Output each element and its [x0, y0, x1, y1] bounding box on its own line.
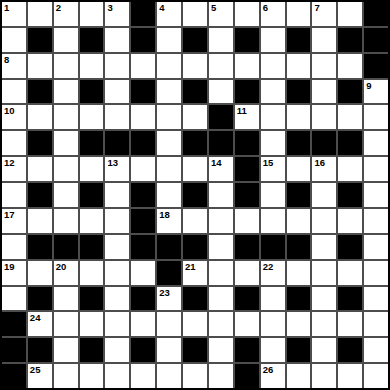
white-cell-r11c4[interactable]: [105, 287, 129, 311]
white-cell-r10c11[interactable]: [287, 261, 311, 285]
clue-number-26: 26: [263, 364, 274, 375]
white-cell-r2c8[interactable]: [209, 54, 233, 78]
white-cell-r8c3[interactable]: [80, 209, 104, 233]
black-cell-r11c13: [338, 287, 362, 311]
white-cell-r5c14[interactable]: [364, 131, 388, 155]
white-cell-r6c7[interactable]: [183, 157, 207, 181]
white-cell-r7c14[interactable]: [364, 183, 388, 207]
black-cell-r12c0: [2, 312, 26, 336]
white-cell-r12c1[interactable]: 24: [28, 312, 52, 336]
black-cell-r3c11: [287, 80, 311, 104]
black-cell-r3c13: [338, 80, 362, 104]
white-cell-r6c13[interactable]: [338, 157, 362, 181]
white-cell-r14c10[interactable]: 26: [261, 364, 285, 388]
white-cell-r12c3[interactable]: [80, 312, 104, 336]
black-cell-r13c9: [235, 338, 259, 362]
white-cell-r14c1[interactable]: 25: [28, 364, 52, 388]
white-cell-r4c14[interactable]: [364, 105, 388, 129]
clue-number-5: 5: [211, 2, 216, 13]
white-cell-r14c6[interactable]: [157, 364, 181, 388]
black-cell-r1c13: [338, 28, 362, 52]
clue-number-7: 7: [314, 2, 319, 13]
white-cell-r8c8[interactable]: [209, 209, 233, 233]
white-cell-r14c3[interactable]: [80, 364, 104, 388]
white-cell-r7c2[interactable]: [54, 183, 78, 207]
black-cell-r3c7: [183, 80, 207, 104]
white-cell-r3c2[interactable]: [54, 80, 78, 104]
white-cell-r10c1[interactable]: [28, 261, 52, 285]
white-cell-r6c12[interactable]: 16: [312, 157, 336, 181]
white-cell-r7c4[interactable]: [105, 183, 129, 207]
white-cell-r10c2[interactable]: 20: [54, 261, 78, 285]
black-cell-r1c11: [287, 28, 311, 52]
white-cell-r0c3[interactable]: [80, 2, 104, 26]
white-cell-r4c0[interactable]: 10: [2, 105, 26, 129]
black-cell-r5c11: [287, 131, 311, 155]
black-cell-r13c5: [131, 338, 155, 362]
white-cell-r8c14[interactable]: [364, 209, 388, 233]
white-cell-r10c5[interactable]: [131, 261, 155, 285]
white-cell-r2c0[interactable]: 8: [2, 54, 26, 78]
white-cell-r10c7[interactable]: 21: [183, 261, 207, 285]
white-cell-r4c7[interactable]: [183, 105, 207, 129]
black-cell-r7c5: [131, 183, 155, 207]
white-cell-r5c0[interactable]: [2, 131, 26, 155]
white-cell-r8c0[interactable]: 17: [2, 209, 26, 233]
clue-number-21: 21: [185, 261, 196, 272]
white-cell-r12c6[interactable]: [157, 312, 181, 336]
black-cell-r13c13: [338, 338, 362, 362]
white-cell-r9c4[interactable]: [105, 235, 129, 259]
white-cell-r0c4[interactable]: 3: [105, 2, 129, 26]
white-cell-r11c14[interactable]: [364, 287, 388, 311]
white-cell-r3c14[interactable]: 9: [364, 80, 388, 104]
white-cell-r4c13[interactable]: [338, 105, 362, 129]
white-cell-r11c10[interactable]: [261, 287, 285, 311]
black-cell-r9c3: [80, 235, 104, 259]
white-cell-r11c6[interactable]: 23: [157, 287, 181, 311]
black-cell-r7c3: [80, 183, 104, 207]
black-cell-r5c3: [80, 131, 104, 155]
white-cell-r8c9[interactable]: [235, 209, 259, 233]
white-cell-r0c1[interactable]: [28, 2, 52, 26]
white-cell-r5c10[interactable]: [261, 131, 285, 155]
white-cell-r4c10[interactable]: [261, 105, 285, 129]
black-cell-r7c13: [338, 183, 362, 207]
black-cell-r13c1: [28, 338, 52, 362]
white-cell-r6c2[interactable]: [54, 157, 78, 181]
white-cell-r1c2[interactable]: [54, 28, 78, 52]
white-cell-r2c13[interactable]: [338, 54, 362, 78]
white-cell-r8c11[interactable]: [287, 209, 311, 233]
white-cell-r8c12[interactable]: [312, 209, 336, 233]
clue-number-12: 12: [4, 157, 15, 168]
white-cell-r8c4[interactable]: [105, 209, 129, 233]
black-cell-r11c5: [131, 287, 155, 311]
white-cell-r0c6[interactable]: 4: [157, 2, 181, 26]
black-cell-r0c14: [364, 2, 388, 26]
white-cell-r12c14[interactable]: [364, 312, 388, 336]
white-cell-r9c8[interactable]: [209, 235, 233, 259]
white-cell-r0c9[interactable]: [235, 2, 259, 26]
white-cell-r5c2[interactable]: [54, 131, 78, 155]
black-cell-r5c8: [209, 131, 233, 155]
white-cell-r4c5[interactable]: [131, 105, 155, 129]
white-cell-r4c4[interactable]: [105, 105, 129, 129]
white-cell-r10c12[interactable]: [312, 261, 336, 285]
white-cell-r4c2[interactable]: [54, 105, 78, 129]
black-cell-r11c3: [80, 287, 104, 311]
clue-number-24: 24: [30, 312, 41, 323]
white-cell-r14c11[interactable]: [287, 364, 311, 388]
black-cell-r3c1: [28, 80, 52, 104]
white-cell-r9c0[interactable]: [2, 235, 26, 259]
white-cell-r2c2[interactable]: [54, 54, 78, 78]
black-cell-r11c9: [235, 287, 259, 311]
white-cell-r0c11[interactable]: [287, 2, 311, 26]
white-cell-r6c0[interactable]: 12: [2, 157, 26, 181]
white-cell-r12c9[interactable]: [235, 312, 259, 336]
white-cell-r6c6[interactable]: [157, 157, 181, 181]
white-cell-r4c6[interactable]: [157, 105, 181, 129]
white-cell-r4c9[interactable]: 11: [235, 105, 259, 129]
white-cell-r1c12[interactable]: [312, 28, 336, 52]
black-cell-r11c1: [28, 287, 52, 311]
clue-number-15: 15: [263, 157, 274, 168]
clue-number-6: 6: [263, 2, 268, 13]
white-cell-r8c7[interactable]: [183, 209, 207, 233]
white-cell-r12c2[interactable]: [54, 312, 78, 336]
black-cell-r3c9: [235, 80, 259, 104]
clue-number-22: 22: [263, 261, 274, 272]
white-cell-r2c12[interactable]: [312, 54, 336, 78]
white-cell-r6c8[interactable]: 14: [209, 157, 233, 181]
white-cell-r13c14[interactable]: [364, 338, 388, 362]
clue-number-4: 4: [159, 2, 164, 13]
white-cell-r2c6[interactable]: [157, 54, 181, 78]
white-cell-r4c11[interactable]: [287, 105, 311, 129]
black-cell-r1c1: [28, 28, 52, 52]
clue-number-14: 14: [211, 157, 222, 168]
white-cell-r6c4[interactable]: 13: [105, 157, 129, 181]
clue-number-18: 18: [159, 209, 170, 220]
white-cell-r13c4[interactable]: [105, 338, 129, 362]
clue-number-20: 20: [56, 261, 67, 272]
white-cell-r10c4[interactable]: [105, 261, 129, 285]
black-cell-r4c8: [209, 105, 233, 129]
clue-number-17: 17: [4, 209, 15, 220]
black-cell-r9c2: [54, 235, 78, 259]
white-cell-r2c9[interactable]: [235, 54, 259, 78]
white-cell-r3c0[interactable]: [2, 80, 26, 104]
white-cell-r0c7[interactable]: [183, 2, 207, 26]
white-cell-r13c10[interactable]: [261, 338, 285, 362]
white-cell-r14c4[interactable]: [105, 364, 129, 388]
white-cell-r11c12[interactable]: [312, 287, 336, 311]
white-cell-r10c13[interactable]: [338, 261, 362, 285]
white-cell-r12c4[interactable]: [105, 312, 129, 336]
black-cell-r2c14: [364, 54, 388, 78]
white-cell-r1c0[interactable]: [2, 28, 26, 52]
white-cell-r10c10[interactable]: 22: [261, 261, 285, 285]
clue-number-3: 3: [107, 2, 112, 13]
white-cell-r2c11[interactable]: [287, 54, 311, 78]
black-cell-r5c9: [235, 131, 259, 155]
black-cell-r5c12: [312, 131, 336, 155]
black-cell-r0c5: [131, 2, 155, 26]
black-cell-r7c9: [235, 183, 259, 207]
white-cell-r8c13[interactable]: [338, 209, 362, 233]
black-cell-r1c3: [80, 28, 104, 52]
white-cell-r8c10[interactable]: [261, 209, 285, 233]
clue-number-2: 2: [56, 2, 61, 13]
black-cell-r3c5: [131, 80, 155, 104]
black-cell-r7c1: [28, 183, 52, 207]
white-cell-r8c6[interactable]: 18: [157, 209, 181, 233]
clue-number-10: 10: [4, 105, 15, 116]
white-cell-r3c10[interactable]: [261, 80, 285, 104]
white-cell-r14c5[interactable]: [131, 364, 155, 388]
clue-number-23: 23: [159, 287, 170, 298]
black-cell-r1c9: [235, 28, 259, 52]
white-cell-r2c3[interactable]: [80, 54, 104, 78]
black-cell-r1c5: [131, 28, 155, 52]
white-cell-r1c4[interactable]: [105, 28, 129, 52]
white-cell-r14c13[interactable]: [338, 364, 362, 388]
white-cell-r0c10[interactable]: 6: [261, 2, 285, 26]
white-cell-r0c8[interactable]: 5: [209, 2, 233, 26]
white-cell-r4c12[interactable]: [312, 105, 336, 129]
white-cell-r10c8[interactable]: [209, 261, 233, 285]
white-cell-r3c4[interactable]: [105, 80, 129, 104]
white-cell-r12c10[interactable]: [261, 312, 285, 336]
black-cell-r9c11: [287, 235, 311, 259]
white-cell-r14c7[interactable]: [183, 364, 207, 388]
black-cell-r5c13: [338, 131, 362, 155]
white-cell-r13c2[interactable]: [54, 338, 78, 362]
white-cell-r11c8[interactable]: [209, 287, 233, 311]
white-cell-r7c8[interactable]: [209, 183, 233, 207]
black-cell-r14c0: [2, 364, 26, 388]
black-cell-r1c7: [183, 28, 207, 52]
white-cell-r1c6[interactable]: [157, 28, 181, 52]
white-cell-r13c8[interactable]: [209, 338, 233, 362]
white-cell-r6c14[interactable]: [364, 157, 388, 181]
black-cell-r7c11: [287, 183, 311, 207]
clue-number-16: 16: [314, 157, 325, 168]
black-cell-r5c1: [28, 131, 52, 155]
white-cell-r9c12[interactable]: [312, 235, 336, 259]
black-cell-r11c11: [287, 287, 311, 311]
white-cell-r10c3[interactable]: [80, 261, 104, 285]
black-cell-r7c7: [183, 183, 207, 207]
black-cell-r9c7: [183, 235, 207, 259]
clue-number-19: 19: [4, 261, 15, 272]
white-cell-r7c6[interactable]: [157, 183, 181, 207]
white-cell-r6c1[interactable]: [28, 157, 52, 181]
white-cell-r12c11[interactable]: [287, 312, 311, 336]
black-cell-r5c5: [131, 131, 155, 155]
white-cell-r0c12[interactable]: 7: [312, 2, 336, 26]
white-cell-r12c7[interactable]: [183, 312, 207, 336]
black-cell-r9c10: [261, 235, 285, 259]
white-cell-r4c1[interactable]: [28, 105, 52, 129]
black-cell-r9c5: [131, 235, 155, 259]
black-cell-r13c3: [80, 338, 104, 362]
white-cell-r12c12[interactable]: [312, 312, 336, 336]
white-cell-r10c9[interactable]: [235, 261, 259, 285]
white-cell-r0c13[interactable]: [338, 2, 362, 26]
white-cell-r14c14[interactable]: [364, 364, 388, 388]
white-cell-r6c10[interactable]: 15: [261, 157, 285, 181]
white-cell-r6c3[interactable]: [80, 157, 104, 181]
white-cell-r2c7[interactable]: [183, 54, 207, 78]
white-cell-r13c6[interactable]: [157, 338, 181, 362]
white-cell-r10c14[interactable]: [364, 261, 388, 285]
white-cell-r4c3[interactable]: [80, 105, 104, 129]
black-cell-r3c3: [80, 80, 104, 104]
black-cell-r1c14: [364, 28, 388, 52]
white-cell-r1c8[interactable]: [209, 28, 233, 52]
white-cell-r11c2[interactable]: [54, 287, 78, 311]
black-cell-r13c0: [2, 338, 26, 362]
white-cell-r6c11[interactable]: [287, 157, 311, 181]
white-cell-r13c12[interactable]: [312, 338, 336, 362]
clue-number-8: 8: [4, 54, 9, 65]
black-cell-r6c9: [235, 157, 259, 181]
white-cell-r7c10[interactable]: [261, 183, 285, 207]
black-cell-r10c6: [157, 261, 181, 285]
white-cell-r7c0[interactable]: [2, 183, 26, 207]
black-cell-r9c6: [157, 235, 181, 259]
white-cell-r14c2[interactable]: [54, 364, 78, 388]
black-cell-r9c13: [338, 235, 362, 259]
white-cell-r2c10[interactable]: [261, 54, 285, 78]
clue-number-9: 9: [366, 80, 371, 91]
black-cell-r5c4: [105, 131, 129, 155]
white-cell-r7c12[interactable]: [312, 183, 336, 207]
clue-number-13: 13: [107, 157, 118, 168]
white-cell-r12c8[interactable]: [209, 312, 233, 336]
black-cell-r14c9: [235, 364, 259, 388]
black-cell-r9c9: [235, 235, 259, 259]
white-cell-r9c14[interactable]: [364, 235, 388, 259]
white-cell-r3c12[interactable]: [312, 80, 336, 104]
white-cell-r0c0[interactable]: 1: [2, 2, 26, 26]
white-cell-r5c6[interactable]: [157, 131, 181, 155]
black-cell-r11c7: [183, 287, 207, 311]
white-cell-r12c5[interactable]: [131, 312, 155, 336]
white-cell-r3c6[interactable]: [157, 80, 181, 104]
black-cell-r13c11: [287, 338, 311, 362]
white-cell-r2c4[interactable]: [105, 54, 129, 78]
clue-number-1: 1: [4, 2, 9, 13]
white-cell-r11c0[interactable]: [2, 287, 26, 311]
black-cell-r5c7: [183, 131, 207, 155]
white-cell-r14c12[interactable]: [312, 364, 336, 388]
white-cell-r8c2[interactable]: [54, 209, 78, 233]
white-cell-r2c1[interactable]: [28, 54, 52, 78]
white-cell-r1c10[interactable]: [261, 28, 285, 52]
white-cell-r2c5[interactable]: [131, 54, 155, 78]
clue-number-11: 11: [237, 105, 247, 116]
black-cell-r9c1: [28, 235, 52, 259]
clue-number-25: 25: [30, 364, 41, 375]
white-cell-r12c13[interactable]: [338, 312, 362, 336]
white-cell-r10c0[interactable]: 19: [2, 261, 26, 285]
white-cell-r3c8[interactable]: [209, 80, 233, 104]
white-cell-r0c2[interactable]: 2: [54, 2, 78, 26]
white-cell-r8c1[interactable]: [28, 209, 52, 233]
white-cell-r6c5[interactable]: [131, 157, 155, 181]
white-cell-r14c8[interactable]: [209, 364, 233, 388]
black-cell-r13c7: [183, 338, 207, 362]
black-cell-r8c5: [131, 209, 155, 233]
crossword-grid: 1234567891011121314151617181920212223242…: [0, 0, 390, 390]
